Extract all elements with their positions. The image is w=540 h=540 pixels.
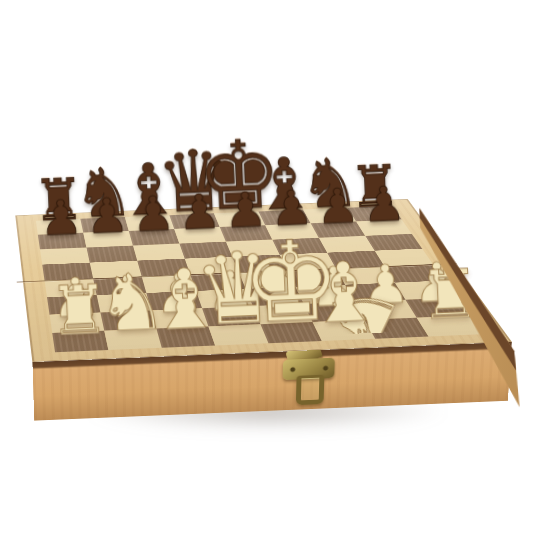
- board-surface: ♜♞♝♛♚♝♞♜♟♟♟♟♟♟♟♟♟♟♟♟♟♟♟♟♜♞♝♛♚♝♞♜: [15, 199, 512, 362]
- clasp-hook: [296, 375, 325, 405]
- chess-board: ♜♞♝♛♚♝♞♜♟♟♟♟♟♟♟♟♟♟♟♟♟♟♟♟♜♞♝♛♚♝♞♜: [36, 206, 482, 352]
- piece-white-king-e1[interactable]: ♚: [171, 222, 412, 342]
- folding-chess-box: ♜♞♝♛♚♝♞♜♟♟♟♟♟♟♟♟♟♟♟♟♟♟♟♟♜♞♝♛♚♝♞♜: [15, 199, 512, 362]
- square-e1[interactable]: ♚: [261, 322, 322, 343]
- brass-clasp[interactable]: [278, 350, 341, 408]
- wooden-chess-set-photo: ♜♞♝♛♚♝♞♜♟♟♟♟♟♟♟♟♟♟♟♟♟♟♟♟♜♞♝♛♚♝♞♜: [0, 0, 540, 540]
- box-tilt-wrapper: ♜♞♝♛♚♝♞♜♟♟♟♟♟♟♟♟♟♟♟♟♟♟♟♟♜♞♝♛♚♝♞♜: [0, 0, 540, 540]
